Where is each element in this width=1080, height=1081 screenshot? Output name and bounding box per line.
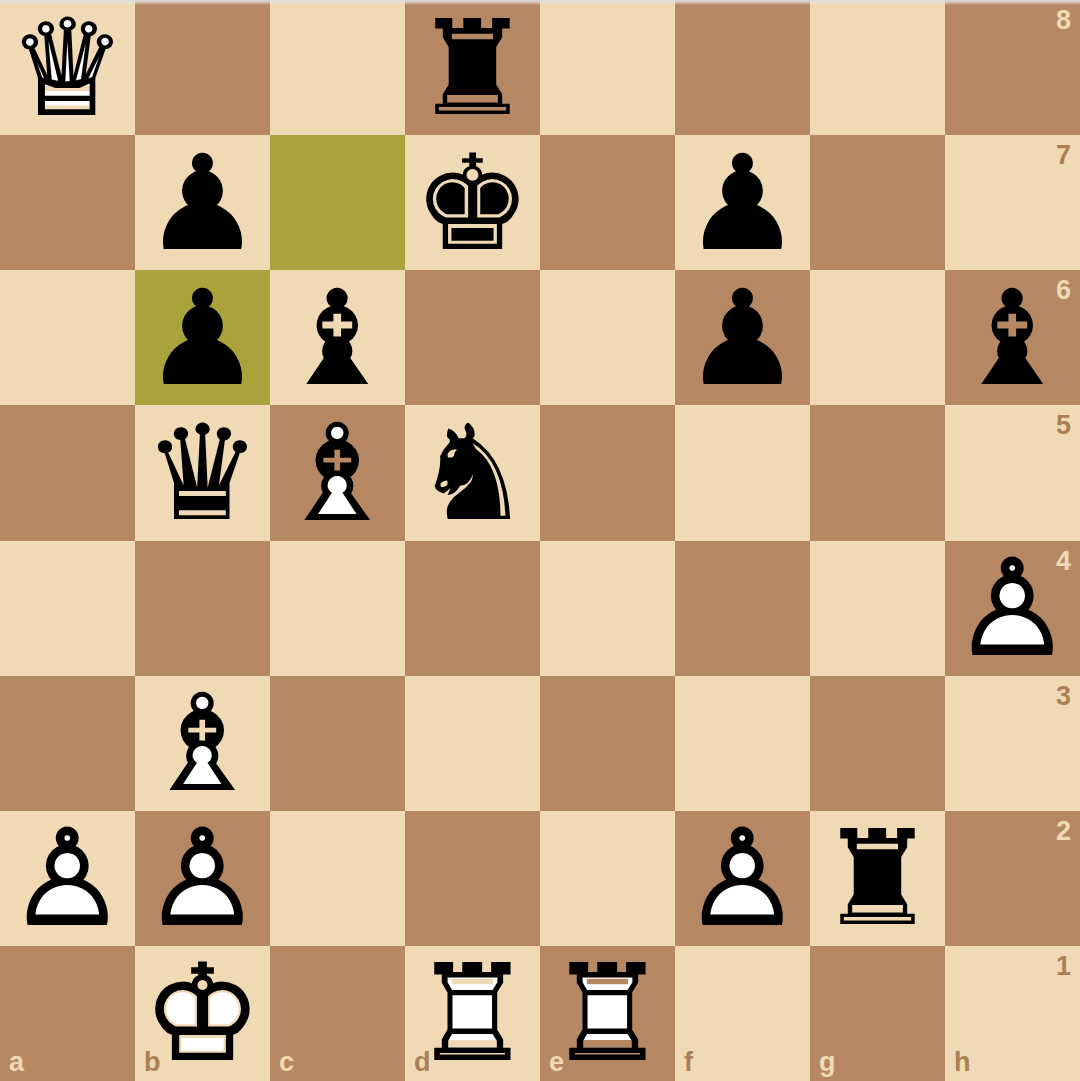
piece-black-pawn[interactable]: ♟ <box>675 270 810 405</box>
piece-white-bishop[interactable]: ♝♗ <box>270 405 405 540</box>
square-g7[interactable] <box>810 135 945 270</box>
queen-glyph: ♛ <box>135 405 270 540</box>
square-h2[interactable]: 2 <box>945 811 1080 946</box>
square-g2[interactable]: ♜ <box>810 811 945 946</box>
square-e4[interactable] <box>540 541 675 676</box>
square-h7[interactable]: 7 <box>945 135 1080 270</box>
rank-label-5: 5 <box>1056 410 1071 441</box>
pawn-glyph-outline: ♙ <box>135 811 270 946</box>
pawn-glyph: ♟ <box>135 135 270 270</box>
piece-black-rook[interactable]: ♜ <box>810 811 945 946</box>
square-d5[interactable]: ♞ <box>405 405 540 540</box>
rook-glyph-outline: ♖ <box>405 946 540 1081</box>
square-b6[interactable]: ♟ <box>135 270 270 405</box>
square-b5[interactable]: ♛ <box>135 405 270 540</box>
square-d1[interactable]: d♜♖ <box>405 946 540 1081</box>
rook-glyph: ♜ <box>810 811 945 946</box>
piece-black-pawn[interactable]: ♟ <box>135 135 270 270</box>
rank-label-2: 2 <box>1056 816 1071 847</box>
square-g6[interactable] <box>810 270 945 405</box>
square-f6[interactable]: ♟ <box>675 270 810 405</box>
file-label-c: c <box>279 1047 294 1078</box>
piece-white-king[interactable]: ♚♔ <box>135 946 270 1081</box>
piece-white-rook[interactable]: ♜♖ <box>405 946 540 1081</box>
square-b7[interactable]: ♟ <box>135 135 270 270</box>
square-e7[interactable] <box>540 135 675 270</box>
piece-white-rook[interactable]: ♜♖ <box>540 946 675 1081</box>
piece-black-queen[interactable]: ♛ <box>135 405 270 540</box>
square-f3[interactable] <box>675 676 810 811</box>
square-a6[interactable] <box>0 270 135 405</box>
square-c5[interactable]: ♝♗ <box>270 405 405 540</box>
file-label-h: h <box>954 1047 971 1078</box>
square-g5[interactable] <box>810 405 945 540</box>
piece-black-king[interactable]: ♚ <box>405 135 540 270</box>
pawn-glyph-outline: ♙ <box>675 811 810 946</box>
square-c1[interactable]: c <box>270 946 405 1081</box>
rank-label-8: 8 <box>1056 5 1071 36</box>
square-f7[interactable]: ♟ <box>675 135 810 270</box>
piece-white-pawn[interactable]: ♟♙ <box>945 541 1080 676</box>
bishop-glyph: ♝ <box>945 270 1080 405</box>
square-h3[interactable]: 3 <box>945 676 1080 811</box>
square-a7[interactable] <box>0 135 135 270</box>
rook-glyph: ♜ <box>405 0 540 135</box>
pawn-glyph: ♟ <box>675 135 810 270</box>
bishop-glyph: ♝ <box>270 270 405 405</box>
square-g3[interactable] <box>810 676 945 811</box>
square-c6[interactable]: ♝ <box>270 270 405 405</box>
file-label-a: a <box>9 1047 24 1078</box>
square-e2[interactable] <box>540 811 675 946</box>
square-a5[interactable] <box>0 405 135 540</box>
piece-white-pawn[interactable]: ♟♙ <box>0 811 135 946</box>
square-d3[interactable] <box>405 676 540 811</box>
square-h6[interactable]: 6♝ <box>945 270 1080 405</box>
piece-black-pawn[interactable]: ♟ <box>675 135 810 270</box>
knight-glyph: ♞ <box>405 405 540 540</box>
square-b2[interactable]: ♟♙ <box>135 811 270 946</box>
king-glyph: ♚ <box>405 135 540 270</box>
square-f5[interactable] <box>675 405 810 540</box>
piece-black-bishop[interactable]: ♝ <box>945 270 1080 405</box>
square-a2[interactable]: ♟♙ <box>0 811 135 946</box>
square-f4[interactable] <box>675 541 810 676</box>
rook-glyph-outline: ♖ <box>540 946 675 1081</box>
square-c7[interactable] <box>270 135 405 270</box>
square-e8[interactable] <box>540 0 675 135</box>
king-glyph-outline: ♔ <box>135 946 270 1081</box>
square-g1[interactable]: g <box>810 946 945 1081</box>
square-f2[interactable]: ♟♙ <box>675 811 810 946</box>
square-b3[interactable]: ♝♗ <box>135 676 270 811</box>
square-g4[interactable] <box>810 541 945 676</box>
square-d8[interactable]: ♜ <box>405 0 540 135</box>
pawn-glyph-outline: ♙ <box>0 811 135 946</box>
square-e3[interactable] <box>540 676 675 811</box>
square-d4[interactable] <box>405 541 540 676</box>
square-f1[interactable]: f <box>675 946 810 1081</box>
square-h4[interactable]: 4♟♙ <box>945 541 1080 676</box>
rank-label-7: 7 <box>1056 140 1071 171</box>
square-g8[interactable] <box>810 0 945 135</box>
square-d6[interactable] <box>405 270 540 405</box>
square-b1[interactable]: b♚♔ <box>135 946 270 1081</box>
square-h5[interactable]: 5 <box>945 405 1080 540</box>
piece-black-rook[interactable]: ♜ <box>405 0 540 135</box>
rank-label-3: 3 <box>1056 681 1071 712</box>
square-d2[interactable] <box>405 811 540 946</box>
square-h8[interactable]: 8 <box>945 0 1080 135</box>
file-label-g: g <box>819 1047 836 1078</box>
file-label-f: f <box>684 1047 693 1078</box>
piece-white-pawn[interactable]: ♟♙ <box>675 811 810 946</box>
bishop-glyph-outline: ♗ <box>270 405 405 540</box>
square-c4[interactable] <box>270 541 405 676</box>
chess-board: ♛♕♜8♟♚♟7♟♝♟6♝♛♝♗♞54♟♙♝♗3♟♙♟♙♟♙♜2ab♚♔cd♜♖… <box>0 0 1080 1081</box>
square-a3[interactable] <box>0 676 135 811</box>
square-a1[interactable]: a <box>0 946 135 1081</box>
square-h1[interactable]: 1h <box>945 946 1080 1081</box>
square-a4[interactable] <box>0 541 135 676</box>
piece-black-knight[interactable]: ♞ <box>405 405 540 540</box>
bishop-glyph-outline: ♗ <box>135 676 270 811</box>
square-b8[interactable] <box>135 0 270 135</box>
piece-white-pawn[interactable]: ♟♙ <box>135 811 270 946</box>
piece-black-bishop[interactable]: ♝ <box>270 270 405 405</box>
square-a8[interactable]: ♛♕ <box>0 0 135 135</box>
queen-glyph-outline: ♕ <box>0 0 135 135</box>
pawn-glyph: ♟ <box>135 270 270 405</box>
square-c3[interactable] <box>270 676 405 811</box>
square-d7[interactable]: ♚ <box>405 135 540 270</box>
piece-white-bishop[interactable]: ♝♗ <box>135 676 270 811</box>
rank-label-1: 1 <box>1056 951 1071 982</box>
square-f8[interactable] <box>675 0 810 135</box>
pawn-glyph-outline: ♙ <box>945 541 1080 676</box>
pawn-glyph: ♟ <box>675 270 810 405</box>
square-e1[interactable]: e♜♖ <box>540 946 675 1081</box>
square-c2[interactable] <box>270 811 405 946</box>
square-b4[interactable] <box>135 541 270 676</box>
square-c8[interactable] <box>270 0 405 135</box>
piece-white-queen[interactable]: ♛♕ <box>0 0 135 135</box>
square-e6[interactable] <box>540 270 675 405</box>
piece-black-pawn[interactable]: ♟ <box>135 270 270 405</box>
square-e5[interactable] <box>540 405 675 540</box>
